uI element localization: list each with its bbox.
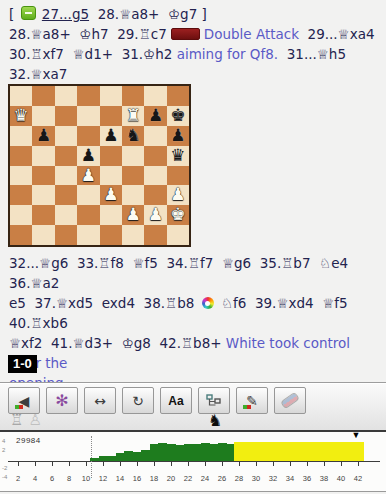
notation-line: ♕xf2 41.♕d3+ ♔g8 42.♖b8+ White took cont…: [9, 333, 383, 373]
material-balance-strip: ♖♙♞: [10, 411, 380, 429]
x-axis-tick: [256, 461, 257, 466]
x-axis-tick: [137, 461, 138, 466]
x-axis-tick: [120, 461, 121, 466]
square-b8[interactable]: [32, 86, 54, 106]
notation-line: 30.♖xf7 ♕d1+ 31.♔h2 aiming for Qf8. 31..…: [9, 44, 383, 84]
y-axis-label: 2: [2, 447, 5, 453]
x-axis-tick: [86, 461, 87, 466]
red-dot: [19, 405, 23, 409]
x-axis-tick: [239, 461, 240, 466]
square-b2[interactable]: [32, 205, 54, 225]
square-g5[interactable]: [144, 146, 166, 166]
x-axis-tick-label: 26: [218, 474, 226, 483]
black-pawn-piece[interactable]: ♟: [32, 126, 54, 146]
x-axis-tick: [341, 461, 342, 466]
square-b7[interactable]: [32, 106, 54, 126]
eraser-icon: [280, 392, 300, 410]
rotate-button[interactable]: ↻: [122, 387, 154, 414]
square-d1[interactable]: [77, 225, 99, 245]
notation-text-top: [ 27...g5 28.♕a8+ ♔g7 ]28.♕a8+ ♔h7 29.♖c…: [9, 4, 383, 84]
annotation-toolbar: ◀✻↔↻Aa✎: [8, 387, 306, 414]
annotation-text: Double Attack: [204, 26, 299, 42]
white-rook-piece[interactable]: ♜: [122, 106, 144, 126]
eval-block-decisive[interactable]: [234, 442, 363, 461]
white-pawn-piece[interactable]: ♟: [144, 205, 166, 225]
x-axis-tick-label: 34: [286, 474, 294, 483]
x-axis-tick-label: 20: [167, 474, 175, 483]
square-f4[interactable]: [122, 166, 144, 186]
square-e1[interactable]: [100, 225, 122, 245]
rainbow-icon[interactable]: [202, 297, 214, 309]
square-h7[interactable]: ♚: [167, 106, 189, 126]
square-a7[interactable]: ♛: [10, 106, 32, 126]
x-axis-tick-label: 12: [99, 474, 107, 483]
eraser-button[interactable]: [274, 387, 306, 414]
x-axis-tick-label: 40: [337, 474, 345, 483]
square-d5[interactable]: ♟: [77, 146, 99, 166]
square-e6[interactable]: ♟: [100, 126, 122, 146]
square-a4[interactable]: [10, 166, 32, 186]
navigate-back-button[interactable]: ◀: [8, 387, 40, 414]
game-result-badge: 1-0: [8, 355, 37, 373]
square-c7[interactable]: [55, 106, 77, 126]
x-axis-tick: [18, 461, 19, 466]
square-c2[interactable]: [55, 205, 77, 225]
collapse-icon[interactable]: [21, 6, 36, 20]
square-a3[interactable]: [10, 185, 32, 205]
square-a5[interactable]: [10, 146, 32, 166]
x-axis-tick-label: 14: [116, 474, 124, 483]
square-c3[interactable]: [55, 185, 77, 205]
square-e5[interactable]: [100, 146, 122, 166]
text-format-icon: Aa: [168, 394, 183, 408]
notation-line: 28.♕a8+ ♔h7 29.♖c7Double Attack 29...♕xa…: [9, 24, 383, 44]
rotate-icon: ↻: [132, 393, 144, 409]
square-g7[interactable]: ♟: [144, 106, 166, 126]
square-g4[interactable]: [144, 166, 166, 186]
x-axis-tick: [35, 461, 36, 466]
opening-end-dotted-line: [91, 436, 92, 478]
arrows-horizontal-icon: ↔: [94, 393, 106, 409]
square-a6[interactable]: [10, 126, 32, 146]
square-a8[interactable]: [10, 86, 32, 106]
square-b3[interactable]: [32, 185, 54, 205]
x-axis-tick-label: 28: [235, 474, 243, 483]
square-g3[interactable]: [144, 185, 166, 205]
square-h6[interactable]: ♟: [167, 126, 189, 146]
white-material-piece-icon: ♙: [28, 411, 41, 429]
square-c8[interactable]: [55, 86, 77, 106]
square-e2[interactable]: [100, 205, 122, 225]
x-axis-tick-label: 8: [67, 474, 71, 483]
x-axis-tick: [52, 461, 53, 466]
square-e7[interactable]: [100, 106, 122, 126]
x-axis-tick: [205, 461, 206, 466]
x-axis-tick-label: 30: [252, 474, 260, 483]
chessbase-notation-panel: { "game": { "name": "chess", "orientatio…: [0, 0, 386, 494]
white-pawn-piece[interactable]: ♟: [77, 166, 99, 186]
x-axis-tick: [154, 461, 155, 466]
x-axis-tick: [358, 461, 359, 466]
square-h5[interactable]: ♛: [167, 146, 189, 166]
square-d3[interactable]: [77, 185, 99, 205]
square-f8[interactable]: [122, 86, 144, 106]
square-d2[interactable]: [77, 205, 99, 225]
y-axis-label: -4: [2, 474, 7, 480]
black-king-piece[interactable]: ♚: [167, 106, 189, 126]
square-f7[interactable]: ♜: [122, 106, 144, 126]
medal-icon[interactable]: [171, 28, 200, 40]
move-token[interactable]: e5 37.♕xd5 exd4 38.♖b8: [9, 295, 199, 311]
black-pawn-piece[interactable]: ♟: [77, 146, 99, 166]
y-axis-label: -2: [2, 465, 7, 471]
move-token[interactable]: 32...♕g6 33.♖f8 ♕f5 34.♖f7 ♕g6 35.♖b7 ♘e…: [9, 255, 357, 291]
square-f5[interactable]: [122, 146, 144, 166]
square-a2[interactable]: [10, 205, 32, 225]
move-token[interactable]: 28.♕a8+ ♔g7 ]: [89, 6, 207, 22]
square-e4[interactable]: [100, 166, 122, 186]
square-c4[interactable]: [55, 166, 77, 186]
toolbar-band: ◀✻↔↻Aa✎ ♖♙♞: [0, 384, 386, 430]
square-f2[interactable]: ♟: [122, 205, 144, 225]
arrows-horizontal-button[interactable]: ↔: [84, 387, 116, 414]
x-axis-tick-label: 4: [33, 474, 37, 483]
square-d4[interactable]: ♟: [77, 166, 99, 186]
x-axis-tick-label: 22: [184, 474, 192, 483]
black-pawn-piece[interactable]: ♟: [144, 106, 166, 126]
variation-tree-icon: [206, 394, 222, 408]
square-b5[interactable]: [32, 146, 54, 166]
move-token[interactable]: ♕xf2 41.♕d3+ ♔g8 42.♖b8+: [9, 335, 226, 351]
text-format-button[interactable]: Aa: [160, 387, 192, 414]
x-axis-tick: [103, 461, 104, 466]
y-axis-label: 4: [2, 438, 5, 444]
square-g8[interactable]: [144, 86, 166, 106]
square-h3[interactable]: ♟: [167, 185, 189, 205]
square-e3[interactable]: ♟: [100, 185, 122, 205]
black-queen-piece[interactable]: ♛: [167, 146, 189, 166]
x-axis-tick: [307, 461, 308, 466]
black-knight-piece[interactable]: ♞: [122, 126, 144, 146]
x-axis-tick: [290, 461, 291, 466]
red-dot: [247, 405, 251, 409]
x-axis-tick: [324, 461, 325, 466]
square-c6[interactable]: [55, 126, 77, 146]
chess-board[interactable]: ♛♜♟♚♟♟♞♟♟♛♟♟♟♟♟♚: [8, 84, 191, 247]
square-f3[interactable]: [122, 185, 144, 205]
x-axis-tick-label: 2: [16, 474, 20, 483]
x-axis-tick-label: 18: [150, 474, 158, 483]
x-axis-tick: [222, 461, 223, 466]
square-c5[interactable]: [55, 146, 77, 166]
white-material-piece-icon: ♖: [10, 411, 23, 429]
x-axis-tick-label: 10: [82, 474, 90, 483]
square-f6[interactable]: ♞: [122, 126, 144, 146]
x-axis-tick-label: 42: [354, 474, 362, 483]
position-counter: 29984: [16, 436, 41, 445]
notation-line: [ 27...g5 28.♕a8+ ♔g7 ]: [9, 4, 383, 24]
black-pawn-piece[interactable]: ♟: [100, 126, 122, 146]
square-h4[interactable]: [167, 166, 189, 186]
square-b6[interactable]: ♟: [32, 126, 54, 146]
square-d8[interactable]: [77, 86, 99, 106]
move-token[interactable]: 29...♕xa4: [299, 26, 375, 42]
white-queen-piece[interactable]: ♛: [10, 106, 32, 126]
move-token[interactable]: [: [9, 6, 19, 22]
x-axis-tick-label: 36: [303, 474, 311, 483]
square-h8[interactable]: [167, 86, 189, 106]
square-b4[interactable]: [32, 166, 54, 186]
x-axis-tick-label: 24: [201, 474, 209, 483]
square-g2[interactable]: ♟: [144, 205, 166, 225]
square-f1[interactable]: [122, 225, 144, 245]
white-pawn-piece[interactable]: ♟: [167, 185, 189, 205]
x-axis-tick: [171, 461, 172, 466]
white-pawn-piece[interactable]: ♟: [122, 205, 144, 225]
square-e8[interactable]: [100, 86, 122, 106]
move-token[interactable]: 28.♕a8+ ♔h7 29.♖c7: [9, 26, 167, 42]
square-b1[interactable]: [32, 225, 54, 245]
square-d6[interactable]: [77, 126, 99, 146]
current-move-marker[interactable]: ▼: [351, 430, 360, 440]
notation-line: 32...♕g6 33.♖f8 ♕f5 34.♖f7 ♕g6 35.♖b7 ♘e…: [9, 253, 383, 293]
pinwheel-icon: ✻: [55, 391, 68, 410]
move-token[interactable]: 30.♖xf7 ♕d1+ 31.♔h2: [9, 46, 177, 62]
variation-tree-button[interactable]: [198, 387, 230, 414]
white-king-piece[interactable]: ♚: [167, 205, 189, 225]
move-token[interactable]: 27...g5: [42, 6, 89, 22]
x-axis-tick-label: 16: [133, 474, 141, 483]
square-c1[interactable]: [55, 225, 77, 245]
x-axis-tick: [188, 461, 189, 466]
white-pawn-piece[interactable]: ♟: [100, 185, 122, 205]
square-h2[interactable]: ♚: [167, 205, 189, 225]
square-g6[interactable]: [144, 126, 166, 146]
edit-pencil-button[interactable]: ✎: [236, 387, 268, 414]
square-a1[interactable]: [10, 225, 32, 245]
black-material-piece-icon: ♞: [208, 411, 222, 430]
x-axis-tick-label: 38: [320, 474, 328, 483]
pinwheel-button[interactable]: ✻: [46, 387, 78, 414]
square-g1[interactable]: [144, 225, 166, 245]
square-h1[interactable]: [167, 225, 189, 245]
notation-line: e5 37.♕xd5 exd4 38.♖b8 ♘f6 39.♕xd4 ♕f5 4…: [9, 293, 383, 333]
evaluation-profile-chart[interactable]: 29984 ▼ 24681012141618202224262830323436…: [0, 432, 386, 492]
x-axis-tick-label: 6: [50, 474, 54, 483]
square-d7[interactable]: [77, 106, 99, 126]
x-axis-tick-label: 32: [269, 474, 277, 483]
x-axis-tick: [69, 461, 70, 466]
annotation-text: aiming for Qf8.: [177, 46, 278, 62]
black-pawn-piece[interactable]: ♟: [167, 126, 189, 146]
x-axis-tick: [273, 461, 274, 466]
